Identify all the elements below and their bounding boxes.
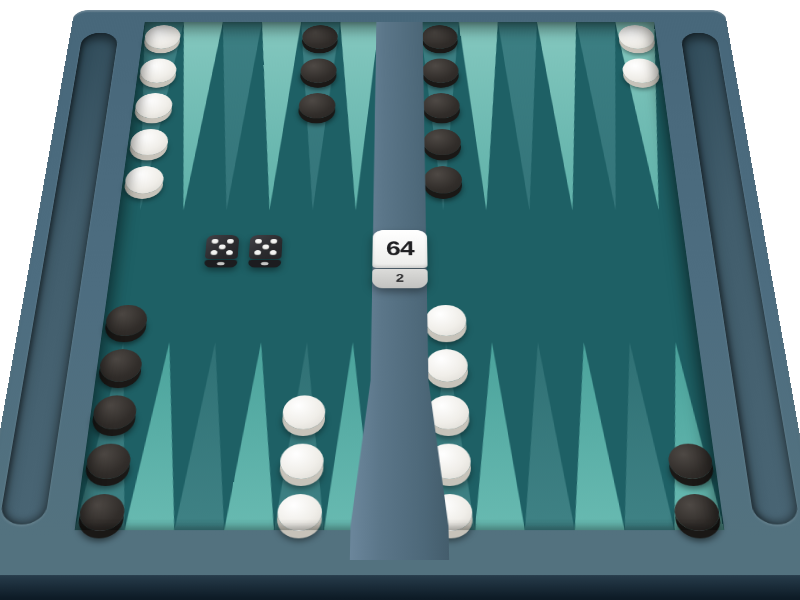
board-scene: 64 2 [0, 10, 800, 600]
checker-white-point-13[interactable] [134, 93, 174, 118]
doubling-cube[interactable]: 64 2 [372, 230, 428, 288]
die-pip [219, 245, 226, 250]
checker-black-point-12[interactable] [104, 305, 149, 336]
checker-black-point-12[interactable] [84, 444, 132, 479]
checker-black-point-12[interactable] [98, 349, 144, 382]
point-4[interactable] [515, 342, 575, 530]
die-2[interactable] [248, 235, 283, 267]
die-1-front-face [204, 260, 237, 268]
die-front-pip [261, 262, 269, 265]
point-18[interactable] [334, 22, 379, 210]
backgammon-app: 64 2 [0, 0, 800, 600]
die-front-pip [217, 262, 225, 265]
doubling-cube-top-face: 64 [372, 230, 427, 268]
checker-black-point-17[interactable] [298, 93, 336, 118]
checker-black-point-19[interactable] [423, 93, 460, 118]
checker-white-point-13[interactable] [138, 59, 177, 83]
board-front-edge [0, 575, 800, 600]
checker-white-point-8[interactable] [282, 395, 326, 429]
checker-white-point-6[interactable] [426, 349, 468, 382]
die-pip [211, 239, 218, 244]
checker-black-point-19[interactable] [422, 59, 458, 83]
point-20[interactable] [459, 22, 508, 210]
die-2-front-face [248, 260, 281, 268]
die-pip [255, 239, 262, 244]
die-pip [226, 250, 233, 255]
doubling-cube-front-face: 2 [372, 269, 428, 289]
die-pip [262, 245, 269, 250]
checker-white-point-13[interactable] [123, 166, 164, 193]
point-9[interactable] [224, 342, 284, 530]
doubling-cube-value: 64 [386, 238, 414, 261]
point-10[interactable] [174, 342, 238, 530]
die-pip [227, 239, 234, 244]
die-1-top-face-value-5 [205, 235, 240, 259]
die-pip [254, 250, 261, 255]
doubling-cube-front-value: 2 [396, 272, 404, 285]
die-2-top-face-value-5 [249, 235, 283, 259]
die-pip [270, 239, 277, 244]
checker-white-point-6[interactable] [425, 305, 466, 336]
checker-black-point-12[interactable] [91, 395, 138, 429]
die-pip [270, 250, 277, 255]
checker-black-point-19[interactable] [423, 129, 461, 155]
point-3[interactable] [561, 342, 625, 530]
checker-white-point-13[interactable] [129, 129, 170, 155]
checker-black-point-19[interactable] [422, 25, 458, 48]
checker-black-point-19[interactable] [423, 166, 462, 193]
die-1[interactable] [204, 235, 239, 267]
die-pip [210, 250, 217, 255]
point-5[interactable] [469, 342, 525, 530]
